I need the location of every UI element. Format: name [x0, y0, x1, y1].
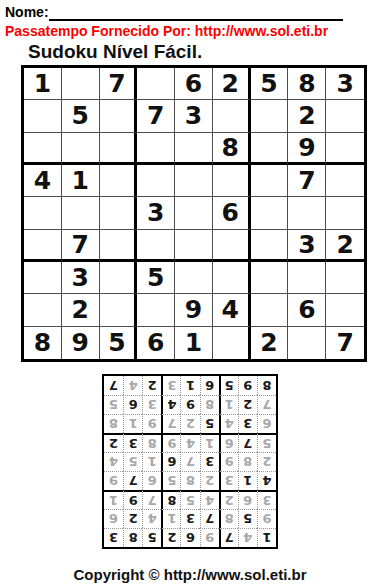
- solution-cell-r6c4: 1: [200, 433, 219, 452]
- solution-cell-r2c9: 6: [104, 509, 123, 528]
- puzzle-cell-r7c6[interactable]: [213, 262, 251, 294]
- solution-cell-r4c9: 9: [104, 471, 123, 490]
- puzzle-cell-r3c5[interactable]: [175, 133, 213, 165]
- puzzle-cell-r8c8: 6: [288, 294, 326, 326]
- puzzle-cell-r5c3[interactable]: [100, 197, 138, 229]
- solution-cell-r3c8: 9: [123, 490, 142, 509]
- solution-cell-r2c4: 7: [200, 509, 219, 528]
- name-fill-in-line[interactable]: [49, 5, 343, 21]
- solution-cell-r7c7: 9: [142, 414, 161, 433]
- puzzle-cell-r6c3[interactable]: [100, 230, 138, 262]
- puzzle-cell-r3c2[interactable]: [62, 133, 100, 165]
- solution-cell-r9c9: 7: [104, 376, 123, 395]
- puzzle-cell-r3c1[interactable]: [24, 133, 62, 165]
- puzzle-cell-r2c6[interactable]: [213, 100, 251, 132]
- puzzle-cell-r4c9[interactable]: [326, 165, 364, 197]
- puzzle-cell-r5c6: 6: [213, 197, 251, 229]
- solution-cell-r6c8: 3: [123, 433, 142, 452]
- solution-cell-r6c5: 4: [180, 433, 199, 452]
- puzzle-cell-r7c1[interactable]: [24, 262, 62, 294]
- puzzle-cell-r7c4: 5: [137, 262, 175, 294]
- solution-cell-r5c3: 9: [219, 452, 238, 471]
- puzzle-cell-r6c5[interactable]: [175, 230, 213, 262]
- puzzle-cell-r6c7[interactable]: [251, 230, 289, 262]
- puzzle-cell-r4c3[interactable]: [100, 165, 138, 197]
- solution-cell-r4c8: 7: [123, 471, 142, 490]
- puzzle-cell-r5c9[interactable]: [326, 197, 364, 229]
- puzzle-cell-r9c6[interactable]: [213, 327, 251, 359]
- solution-cell-r5c9: 4: [104, 452, 123, 471]
- puzzle-cell-r4c6[interactable]: [213, 165, 251, 197]
- solution-cell-r7c3: 4: [219, 414, 238, 433]
- puzzle-cell-r7c9[interactable]: [326, 262, 364, 294]
- puzzle-cell-r9c1: 8: [24, 327, 62, 359]
- solution-cell-r2c2: 5: [238, 509, 257, 528]
- solution-cell-r9c7: 2: [142, 376, 161, 395]
- solution-cell-r1c7: 5: [142, 528, 161, 547]
- puzzle-cell-r2c7[interactable]: [251, 100, 289, 132]
- provided-by-text: Passatempo Fornecido Por: http://www.sol…: [5, 21, 375, 41]
- solution-cell-r1c6: 2: [161, 528, 180, 547]
- puzzle-cell-r1c6: 2: [213, 68, 251, 100]
- puzzle-cell-r4c4[interactable]: [137, 165, 175, 197]
- puzzle-grid: 1762583573289417367323529468956127: [21, 65, 367, 362]
- solution-cell-r1c5: 6: [180, 528, 199, 547]
- puzzle-cell-r9c3: 5: [100, 327, 138, 359]
- puzzle-cell-r1c4[interactable]: [137, 68, 175, 100]
- puzzle-cell-r5c7[interactable]: [251, 197, 289, 229]
- solution-cell-r7c2: 3: [238, 414, 257, 433]
- puzzle-cell-r1c8: 8: [288, 68, 326, 100]
- puzzle-cell-r8c1[interactable]: [24, 294, 62, 326]
- puzzle-cell-r4c1: 4: [24, 165, 62, 197]
- solution-cell-r7c9: 8: [104, 414, 123, 433]
- puzzle-cell-r5c2[interactable]: [62, 197, 100, 229]
- solution-cell-r5c2: 8: [238, 452, 257, 471]
- solution-grid-rotated: 1479625839587314263624587914132856792893…: [102, 374, 278, 549]
- solution-cell-r9c4: 6: [200, 376, 219, 395]
- puzzle-cell-r9c4: 6: [137, 327, 175, 359]
- solution-cell-r3c6: 8: [161, 490, 180, 509]
- solution-cell-r7c6: 7: [161, 414, 180, 433]
- puzzle-cell-r1c5: 6: [175, 68, 213, 100]
- solution-cell-r5c8: 5: [123, 452, 142, 471]
- solution-cell-r1c8: 8: [123, 528, 142, 547]
- puzzle-cell-r6c9: 2: [326, 230, 364, 262]
- solution-cell-r4c4: 2: [200, 471, 219, 490]
- puzzle-cell-r2c4: 7: [137, 100, 175, 132]
- puzzle-cell-r6c6[interactable]: [213, 230, 251, 262]
- solution-cell-r2c1: 9: [257, 509, 276, 528]
- puzzle-cell-r4c7[interactable]: [251, 165, 289, 197]
- solution-cell-r3c7: 7: [142, 490, 161, 509]
- solution-cell-r8c4: 8: [200, 395, 219, 414]
- puzzle-cell-r5c8[interactable]: [288, 197, 326, 229]
- puzzle-cell-r1c2[interactable]: [62, 68, 100, 100]
- puzzle-cell-r7c7[interactable]: [251, 262, 289, 294]
- solution-cell-r3c4: 4: [200, 490, 219, 509]
- solution-cell-r4c2: 1: [238, 471, 257, 490]
- puzzle-cell-r1c1: 1: [24, 68, 62, 100]
- solution-cell-r3c3: 2: [219, 490, 238, 509]
- puzzle-cell-r3c6: 8: [213, 133, 251, 165]
- solution-cell-r3c5: 5: [180, 490, 199, 509]
- puzzle-cell-r1c9: 3: [326, 68, 364, 100]
- puzzle-cell-r8c4[interactable]: [137, 294, 175, 326]
- solution-cell-r9c5: 1: [180, 376, 199, 395]
- puzzle-cell-r4c2: 1: [62, 165, 100, 197]
- solution-cell-r6c9: 2: [104, 433, 123, 452]
- page-header: Nome: Passatempo Fornecido Por: http://w…: [0, 0, 380, 63]
- puzzle-cell-r8c9[interactable]: [326, 294, 364, 326]
- copyright-text: Copyright © http://www.sol.eti.br: [0, 566, 380, 583]
- puzzle-cell-r5c4: 3: [137, 197, 175, 229]
- puzzle-cell-r8c5: 9: [175, 294, 213, 326]
- puzzle-cell-r3c9[interactable]: [326, 133, 364, 165]
- puzzle-cell-r5c5[interactable]: [175, 197, 213, 229]
- solution-cell-r4c6: 5: [161, 471, 180, 490]
- solution-cell-r8c6: 4: [161, 395, 180, 414]
- solution-cell-r8c2: 2: [238, 395, 257, 414]
- solution-cell-r8c1: 7: [257, 395, 276, 414]
- solution-cell-r6c3: 6: [219, 433, 238, 452]
- solution-cell-r7c5: 2: [180, 414, 199, 433]
- solution-cell-r2c7: 4: [142, 509, 161, 528]
- puzzle-cell-r3c8: 9: [288, 133, 326, 165]
- solution-cell-r5c6: 6: [161, 452, 180, 471]
- puzzle-cell-r2c5: 3: [175, 100, 213, 132]
- solution-cell-r5c4: 3: [200, 452, 219, 471]
- solution-cell-r1c1: 1: [257, 528, 276, 547]
- solution-cell-r4c3: 3: [219, 471, 238, 490]
- puzzle-cell-r2c8: 2: [288, 100, 326, 132]
- puzzle-cell-r9c9: 7: [326, 327, 364, 359]
- solution-cell-r4c1: 4: [257, 471, 276, 490]
- solution-cell-r9c1: 8: [257, 376, 276, 395]
- puzzle-cell-r6c1[interactable]: [24, 230, 62, 262]
- puzzle-cell-r8c6: 4: [213, 294, 251, 326]
- solution-cell-r8c3: 1: [219, 395, 238, 414]
- solution-grid: 1479625839587314263624587914132856792893…: [102, 374, 278, 549]
- puzzle-cell-r2c2: 5: [62, 100, 100, 132]
- name-label: Nome:: [5, 3, 49, 21]
- puzzle-cell-r6c8: 3: [288, 230, 326, 262]
- puzzle-cell-r4c8: 7: [288, 165, 326, 197]
- solution-cell-r2c5: 3: [180, 509, 199, 528]
- puzzle-cell-r2c1[interactable]: [24, 100, 62, 132]
- puzzle-cell-r3c3[interactable]: [100, 133, 138, 165]
- puzzle-cell-r1c3: 7: [100, 68, 138, 100]
- solution-cell-r8c5: 9: [180, 395, 199, 414]
- solution-cell-r7c1: 6: [257, 414, 276, 433]
- solution-cell-r3c2: 6: [238, 490, 257, 509]
- solution-cell-r2c6: 1: [161, 509, 180, 528]
- puzzle-cell-r6c2: 7: [62, 230, 100, 262]
- puzzle-cell-r3c4[interactable]: [137, 133, 175, 165]
- solution-cell-r8c7: 3: [142, 395, 161, 414]
- puzzle-cell-r9c5: 1: [175, 327, 213, 359]
- puzzle-cell-r9c8[interactable]: [288, 327, 326, 359]
- solution-cell-r9c3: 5: [219, 376, 238, 395]
- puzzle-cell-r6c4[interactable]: [137, 230, 175, 262]
- solution-cell-r9c6: 3: [161, 376, 180, 395]
- puzzle-cell-r3c7[interactable]: [251, 133, 289, 165]
- puzzle-cell-r2c3[interactable]: [100, 100, 138, 132]
- solution-cell-r5c1: 2: [257, 452, 276, 471]
- solution-cell-r7c8: 1: [123, 414, 142, 433]
- solution-cell-r2c8: 2: [123, 509, 142, 528]
- puzzle-cell-r7c5[interactable]: [175, 262, 213, 294]
- solution-cell-r9c2: 9: [238, 376, 257, 395]
- puzzle-cell-r2c9[interactable]: [326, 100, 364, 132]
- solution-cell-r1c9: 3: [104, 528, 123, 547]
- puzzle-cell-r9c2: 9: [62, 327, 100, 359]
- solution-cell-r4c7: 6: [142, 471, 161, 490]
- name-row: Nome:: [5, 3, 343, 21]
- puzzle-cell-r7c3[interactable]: [100, 262, 138, 294]
- solution-cell-r8c9: 5: [104, 395, 123, 414]
- solution-cell-r4c5: 8: [180, 471, 199, 490]
- puzzle-cell-r4c5[interactable]: [175, 165, 213, 197]
- solution-cell-r5c7: 1: [142, 452, 161, 471]
- puzzle-cell-r8c7[interactable]: [251, 294, 289, 326]
- solution-cell-r2c3: 8: [219, 509, 238, 528]
- puzzle-cell-r5c1[interactable]: [24, 197, 62, 229]
- solution-cell-r3c1: 3: [257, 490, 276, 509]
- solution-cell-r1c3: 7: [219, 528, 238, 547]
- puzzle-cell-r8c3[interactable]: [100, 294, 138, 326]
- page-title: Sudoku Nível Fácil.: [28, 41, 375, 63]
- solution-cell-r7c4: 5: [200, 414, 219, 433]
- solution-cell-r3c9: 1: [104, 490, 123, 509]
- solution-cell-r6c6: 9: [161, 433, 180, 452]
- solution-cell-r6c2: 7: [238, 433, 257, 452]
- solution-cell-r5c5: 7: [180, 452, 199, 471]
- puzzle-cell-r9c7: 2: [251, 327, 289, 359]
- solution-cell-r9c8: 4: [123, 376, 142, 395]
- solution-cell-r1c4: 9: [200, 528, 219, 547]
- solution-cell-r6c1: 5: [257, 433, 276, 452]
- puzzle-cell-r1c7: 5: [251, 68, 289, 100]
- solution-cell-r8c8: 6: [123, 395, 142, 414]
- solution-cell-r6c7: 8: [142, 433, 161, 452]
- puzzle-cell-r7c8[interactable]: [288, 262, 326, 294]
- solution-cell-r1c2: 4: [238, 528, 257, 547]
- puzzle-cell-r7c2: 3: [62, 262, 100, 294]
- puzzle-cell-r8c2: 2: [62, 294, 100, 326]
